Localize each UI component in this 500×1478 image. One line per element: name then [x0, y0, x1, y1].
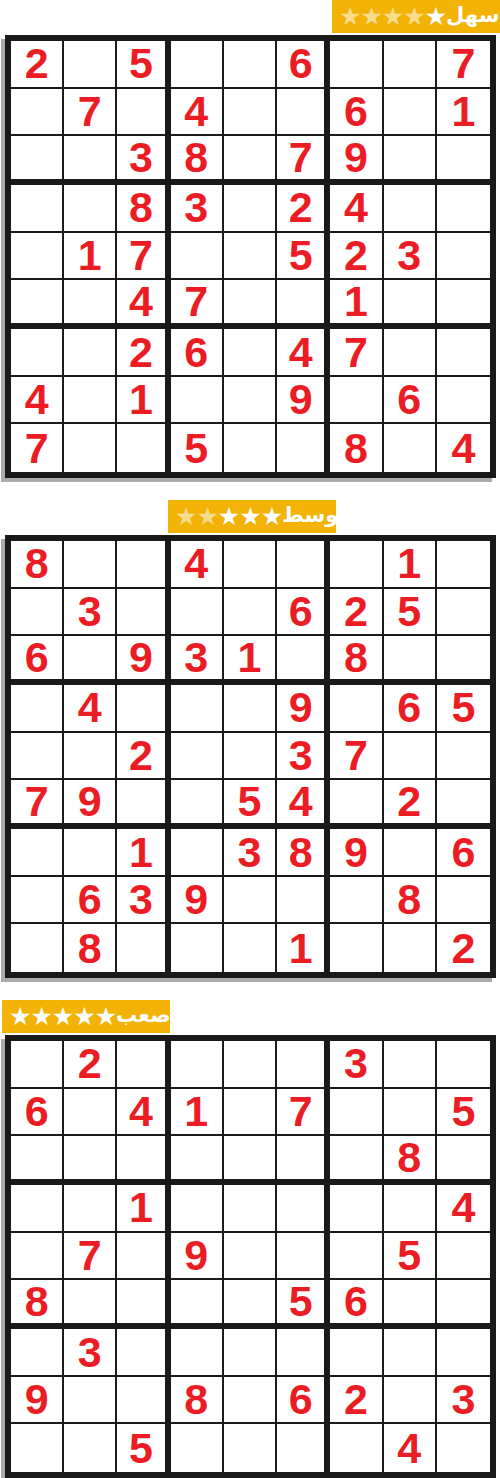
- given-digit: 8: [397, 1136, 421, 1179]
- sudoku-cell-r5c1[interactable]: [11, 1233, 64, 1281]
- given-digit: 6: [289, 1378, 313, 1421]
- sudoku-cell-r6c5[interactable]: [224, 280, 277, 329]
- sudoku-cell-r2c3[interactable]: [117, 589, 170, 637]
- sudoku-cell-r5c7[interactable]: 7: [330, 733, 383, 781]
- given-digit: 3: [184, 636, 208, 679]
- given-digit: 6: [397, 686, 421, 729]
- sudoku-cell-r1c1[interactable]: [11, 1041, 64, 1089]
- sudoku-cell-r9c6[interactable]: 1: [277, 924, 330, 972]
- sudoku-cell-r2c6[interactable]: 7: [277, 1089, 330, 1137]
- sudoku-cell-r8c5[interactable]: [224, 377, 277, 425]
- sudoku-cell-r9c7[interactable]: 8: [330, 424, 383, 472]
- puzzle-section-easy: ★★★★★ سهل 256774613879832417523471264741…: [0, 0, 500, 478]
- sudoku-cell-r2c4[interactable]: 4: [171, 89, 224, 137]
- sudoku-cell-r4c3[interactable]: [117, 685, 170, 733]
- sudoku-cell-r4c5[interactable]: [224, 1185, 277, 1233]
- given-digit: 9: [344, 831, 368, 874]
- sudoku-cell-r4c7[interactable]: [330, 685, 383, 733]
- sudoku-cell-r1c9[interactable]: [437, 1041, 490, 1089]
- sudoku-cell-r7c8[interactable]: [384, 829, 437, 877]
- sudoku-cell-r6c1[interactable]: [11, 280, 64, 329]
- sudoku-cell-r3c2[interactable]: [64, 136, 117, 185]
- sudoku-cell-r9c9[interactable]: 4: [437, 424, 490, 472]
- sudoku-cell-r3c2[interactable]: [64, 1136, 117, 1185]
- sudoku-cell-r1c5[interactable]: [224, 1041, 277, 1089]
- sudoku-cell-r6c7[interactable]: 1: [330, 280, 383, 329]
- sudoku-cell-r5c8[interactable]: 5: [384, 1233, 437, 1281]
- sudoku-cell-r2c9[interactable]: [437, 589, 490, 637]
- sudoku-cell-r2c9[interactable]: 5: [437, 1089, 490, 1137]
- sudoku-cell-r7c1[interactable]: [11, 329, 64, 377]
- sudoku-cell-r5c9[interactable]: [437, 1233, 490, 1281]
- sudoku-cell-r2c7[interactable]: [330, 1089, 383, 1137]
- sudoku-cell-r3c1[interactable]: 6: [11, 636, 64, 685]
- sudoku-cell-r3c3[interactable]: 3: [117, 136, 170, 185]
- sudoku-cell-r2c2[interactable]: 7: [64, 89, 117, 137]
- sudoku-cell-r6c3[interactable]: [117, 780, 170, 829]
- sudoku-cell-r3c6[interactable]: [277, 636, 330, 685]
- sudoku-cell-r8c9[interactable]: [437, 377, 490, 425]
- sudoku-cell-r5c8[interactable]: [384, 733, 437, 781]
- sudoku-cell-r8c8[interactable]: 6: [384, 377, 437, 425]
- sudoku-cell-r7c1[interactable]: [11, 829, 64, 877]
- sudoku-cell-r5c5[interactable]: [224, 1233, 277, 1281]
- given-digit: 2: [78, 1042, 102, 1085]
- sudoku-cell-r4c6[interactable]: [277, 1185, 330, 1233]
- sudoku-cell-r2c3[interactable]: [117, 89, 170, 137]
- sudoku-cell-r9c5[interactable]: [224, 924, 277, 972]
- sudoku-cell-r1c6[interactable]: 6: [277, 41, 330, 89]
- sudoku-cell-r2c5[interactable]: [224, 89, 277, 137]
- sudoku-cell-r7c5[interactable]: [224, 1329, 277, 1377]
- given-digit: 8: [344, 427, 368, 470]
- given-digit: 3: [451, 1378, 475, 1421]
- sudoku-cell-r3c6[interactable]: 7: [277, 136, 330, 185]
- given-digit: 9: [344, 136, 368, 179]
- sudoku-cell-r3c7[interactable]: [330, 1136, 383, 1185]
- sudoku-cell-r5c9[interactable]: [437, 233, 490, 281]
- sudoku-cell-r3c4[interactable]: 8: [171, 136, 224, 185]
- sudoku-cell-r7c5[interactable]: [224, 329, 277, 377]
- sudoku-cell-r7c2[interactable]: 3: [64, 1329, 117, 1377]
- sudoku-cell-r5c3[interactable]: 2: [117, 733, 170, 781]
- sudoku-cell-r2c1[interactable]: [11, 589, 64, 637]
- sudoku-cell-r8c9[interactable]: [437, 877, 490, 925]
- star-filled-icon: ★: [95, 1004, 117, 1029]
- sudoku-cell-r9c7[interactable]: [330, 924, 383, 972]
- sudoku-cell-r3c5[interactable]: [224, 1136, 277, 1185]
- sudoku-cell-r9c3[interactable]: 5: [117, 1424, 170, 1472]
- sudoku-cell-r7c2[interactable]: [64, 829, 117, 877]
- sudoku-cell-r4c1[interactable]: [11, 685, 64, 733]
- difficulty-banner-hard: ★★★★★ صعب: [2, 1000, 170, 1033]
- given-digit: 6: [397, 378, 421, 421]
- sudoku-cell-r1c8[interactable]: [384, 41, 437, 89]
- sudoku-cell-r7c9[interactable]: 6: [437, 829, 490, 877]
- sudoku-cell-r3c8[interactable]: [384, 136, 437, 185]
- sudoku-page: ★★★★★ سهل 256774613879832417523471264741…: [0, 0, 500, 1478]
- star-filled-icon: ★: [261, 504, 283, 529]
- given-digit: 1: [129, 378, 153, 421]
- given-digit: 1: [129, 831, 153, 874]
- sudoku-cell-r8c3[interactable]: 1: [117, 377, 170, 425]
- sudoku-cell-r5c3[interactable]: [117, 1233, 170, 1281]
- sudoku-cell-r6c9[interactable]: [437, 780, 490, 829]
- sudoku-cell-r3c9[interactable]: [437, 1136, 490, 1185]
- sudoku-cell-r1c2[interactable]: 2: [64, 1041, 117, 1089]
- given-digit: 7: [25, 427, 49, 470]
- sudoku-cell-r6c6[interactable]: 4: [277, 780, 330, 829]
- sudoku-cell-r7c4[interactable]: 6: [171, 329, 224, 377]
- sudoku-cell-r4c8[interactable]: 6: [384, 685, 437, 733]
- sudoku-cell-r9c1[interactable]: [11, 924, 64, 972]
- given-digit: 7: [78, 1234, 102, 1277]
- sudoku-cell-r5c4[interactable]: [171, 233, 224, 281]
- sudoku-cell-r3c5[interactable]: [224, 136, 277, 185]
- sudoku-cell-r6c2[interactable]: [64, 1280, 117, 1329]
- sudoku-cell-r4c6[interactable]: 2: [277, 185, 330, 233]
- given-digit: 7: [129, 234, 153, 277]
- sudoku-cell-r3c7[interactable]: 8: [330, 636, 383, 685]
- star-rating-easy: ★★★★★: [339, 4, 446, 29]
- given-digit: 8: [25, 1280, 49, 1323]
- sudoku-cell-r7c7[interactable]: [330, 1329, 383, 1377]
- sudoku-cell-r1c7[interactable]: [330, 41, 383, 89]
- sudoku-cell-r3c7[interactable]: 9: [330, 136, 383, 185]
- sudoku-cell-r9c1[interactable]: [11, 1424, 64, 1472]
- sudoku-cell-r2c4[interactable]: 1: [171, 1089, 224, 1137]
- sudoku-cell-r6c8[interactable]: [384, 1280, 437, 1329]
- sudoku-cell-r5c4[interactable]: [171, 733, 224, 781]
- sudoku-cell-r4c6[interactable]: 9: [277, 685, 330, 733]
- given-digit: 4: [78, 686, 102, 729]
- sudoku-cell-r1c3[interactable]: [117, 1041, 170, 1089]
- sudoku-cell-r7c6[interactable]: 4: [277, 329, 330, 377]
- sudoku-cell-r5c6[interactable]: [277, 1233, 330, 1281]
- sudoku-cell-r9c6[interactable]: [277, 424, 330, 472]
- given-digit: 9: [25, 1378, 49, 1421]
- sudoku-cell-r4c4[interactable]: 3: [171, 185, 224, 233]
- sudoku-cell-r1c5[interactable]: [224, 41, 277, 89]
- sudoku-cell-r2c3[interactable]: 4: [117, 1089, 170, 1137]
- sudoku-cell-r9c8[interactable]: [384, 424, 437, 472]
- given-digit: 6: [451, 831, 475, 874]
- sudoku-cell-r9c2[interactable]: [64, 424, 117, 472]
- sudoku-cell-r8c7[interactable]: 2: [330, 1377, 383, 1425]
- sudoku-cell-r2c7[interactable]: 2: [330, 589, 383, 637]
- sudoku-cell-r8c3[interactable]: [117, 1377, 170, 1425]
- sudoku-cell-r6c8[interactable]: [384, 280, 437, 329]
- sudoku-cell-r3c9[interactable]: [437, 136, 490, 185]
- sudoku-cell-r3c1[interactable]: [11, 136, 64, 185]
- sudoku-cell-r1c6[interactable]: [277, 1041, 330, 1089]
- sudoku-cell-r6c5[interactable]: 5: [224, 780, 277, 829]
- sudoku-cell-r6c4[interactable]: [171, 1280, 224, 1329]
- sudoku-cell-r7c1[interactable]: [11, 1329, 64, 1377]
- sudoku-cell-r5c8[interactable]: 3: [384, 233, 437, 281]
- sudoku-cell-r4c2[interactable]: [64, 1185, 117, 1233]
- sudoku-cell-r9c8[interactable]: 4: [384, 1424, 437, 1472]
- sudoku-cell-r5c1[interactable]: [11, 233, 64, 281]
- sudoku-cell-r1c4[interactable]: 4: [171, 541, 224, 589]
- sudoku-cell-r2c6[interactable]: [277, 89, 330, 137]
- difficulty-label-medium: وسط: [282, 505, 338, 529]
- sudoku-cell-r6c3[interactable]: [117, 1280, 170, 1329]
- sudoku-cell-r8c2[interactable]: [64, 377, 117, 425]
- sudoku-cell-r7c3[interactable]: [117, 1329, 170, 1377]
- given-digit: 9: [289, 686, 313, 729]
- sudoku-cell-r7c2[interactable]: [64, 329, 117, 377]
- sudoku-cell-r7c6[interactable]: [277, 1329, 330, 1377]
- sudoku-cell-r4c1[interactable]: [11, 185, 64, 233]
- sudoku-cell-r2c9[interactable]: 1: [437, 89, 490, 137]
- given-digit: 2: [451, 927, 475, 970]
- sudoku-cell-r8c8[interactable]: [384, 1377, 437, 1425]
- sudoku-cell-r9c4[interactable]: [171, 1424, 224, 1472]
- given-digit: 4: [25, 378, 49, 421]
- given-digit: 8: [184, 136, 208, 179]
- sudoku-cell-r7c9[interactable]: [437, 329, 490, 377]
- sudoku-cell-r8c6[interactable]: 6: [277, 1377, 330, 1425]
- sudoku-cell-r4c3[interactable]: 1: [117, 1185, 170, 1233]
- sudoku-cell-r1c1[interactable]: 8: [11, 541, 64, 589]
- sudoku-cell-r5c2[interactable]: 1: [64, 233, 117, 281]
- sudoku-cell-r9c4[interactable]: [171, 924, 224, 972]
- sudoku-cell-r1c2[interactable]: [64, 541, 117, 589]
- given-digit: 6: [344, 1280, 368, 1323]
- sudoku-cell-r3c9[interactable]: [437, 636, 490, 685]
- given-digit: 3: [78, 590, 102, 633]
- sudoku-cell-r2c8[interactable]: [384, 1089, 437, 1137]
- sudoku-cell-r6c7[interactable]: 6: [330, 1280, 383, 1329]
- sudoku-cell-r4c1[interactable]: [11, 1185, 64, 1233]
- sudoku-cell-r1c1[interactable]: 2: [11, 41, 64, 89]
- sudoku-cell-r9c5[interactable]: [224, 424, 277, 472]
- sudoku-grid-easy: 256774613879832417523471264741967584: [5, 35, 496, 478]
- sudoku-cell-r7c9[interactable]: [437, 1329, 490, 1377]
- sudoku-cell-r7c5[interactable]: 3: [224, 829, 277, 877]
- sudoku-cell-r8c4[interactable]: 9: [171, 877, 224, 925]
- sudoku-cell-r8c6[interactable]: [277, 877, 330, 925]
- sudoku-cell-r7c7[interactable]: 7: [330, 329, 383, 377]
- sudoku-cell-r1c7[interactable]: 3: [330, 1041, 383, 1089]
- given-digit: 3: [344, 1042, 368, 1085]
- sudoku-cell-r8c2[interactable]: [64, 1377, 117, 1425]
- given-digit: 2: [397, 780, 421, 823]
- sudoku-cell-r8c5[interactable]: [224, 1377, 277, 1425]
- sudoku-cell-r5c3[interactable]: 7: [117, 233, 170, 281]
- sudoku-cell-r6c5[interactable]: [224, 1280, 277, 1329]
- given-digit: 1: [451, 90, 475, 133]
- sudoku-cell-r5c5[interactable]: [224, 233, 277, 281]
- sudoku-cell-r5c7[interactable]: 2: [330, 233, 383, 281]
- sudoku-cell-r7c4[interactable]: [171, 1329, 224, 1377]
- sudoku-cell-r2c1[interactable]: 6: [11, 1089, 64, 1137]
- difficulty-banner-medium: ★★★★★ وسط: [168, 500, 336, 533]
- sudoku-cell-r9c2[interactable]: 8: [64, 924, 117, 972]
- sudoku-cell-r9c4[interactable]: 5: [171, 424, 224, 472]
- sudoku-cell-r9c2[interactable]: [64, 1424, 117, 1472]
- sudoku-cell-r6c9[interactable]: [437, 280, 490, 329]
- sudoku-cell-r7c7[interactable]: 9: [330, 829, 383, 877]
- sudoku-cell-r9c5[interactable]: [224, 1424, 277, 1472]
- sudoku-cell-r5c1[interactable]: [11, 733, 64, 781]
- sudoku-cell-r7c4[interactable]: [171, 829, 224, 877]
- sudoku-cell-r1c4[interactable]: [171, 41, 224, 89]
- sudoku-cell-r9c3[interactable]: [117, 424, 170, 472]
- sudoku-cell-r2c2[interactable]: 3: [64, 589, 117, 637]
- sudoku-cell-r1c9[interactable]: [437, 541, 490, 589]
- sudoku-cell-r2c6[interactable]: 6: [277, 589, 330, 637]
- sudoku-cell-r2c5[interactable]: [224, 589, 277, 637]
- sudoku-cell-r7c8[interactable]: [384, 1329, 437, 1377]
- sudoku-cell-r1c2[interactable]: [64, 41, 117, 89]
- sudoku-cell-r8c1[interactable]: 4: [11, 377, 64, 425]
- sudoku-cell-r3c4[interactable]: 3: [171, 636, 224, 685]
- sudoku-cell-r6c3[interactable]: 4: [117, 280, 170, 329]
- sudoku-cell-r9c3[interactable]: [117, 924, 170, 972]
- sudoku-cell-r4c9[interactable]: 5: [437, 685, 490, 733]
- sudoku-cell-r3c6[interactable]: [277, 1136, 330, 1185]
- sudoku-cell-r4c4[interactable]: [171, 685, 224, 733]
- sudoku-cell-r2c7[interactable]: 6: [330, 89, 383, 137]
- sudoku-cell-r6c1[interactable]: 7: [11, 780, 64, 829]
- given-digit: 5: [238, 780, 262, 823]
- given-digit: 5: [289, 1280, 313, 1323]
- sudoku-cell-r7c8[interactable]: [384, 329, 437, 377]
- given-digit: 9: [289, 378, 313, 421]
- star-filled-icon: ★: [73, 1004, 95, 1029]
- sudoku-cell-r6c8[interactable]: 2: [384, 780, 437, 829]
- given-digit: 6: [25, 1090, 49, 1133]
- sudoku-cell-r3c8[interactable]: [384, 636, 437, 685]
- sudoku-cell-r1c8[interactable]: 1: [384, 541, 437, 589]
- sudoku-cell-r1c8[interactable]: [384, 1041, 437, 1089]
- sudoku-cell-r4c8[interactable]: [384, 185, 437, 233]
- given-digit: 6: [344, 90, 368, 133]
- sudoku-cell-r2c5[interactable]: [224, 1089, 277, 1137]
- sudoku-cell-r8c7[interactable]: [330, 877, 383, 925]
- given-digit: 5: [451, 1090, 475, 1133]
- sudoku-cell-r5c4[interactable]: 9: [171, 1233, 224, 1281]
- given-digit: 6: [78, 878, 102, 921]
- given-digit: 7: [451, 42, 475, 85]
- sudoku-cell-r9c7[interactable]: [330, 1424, 383, 1472]
- sudoku-cell-r2c1[interactable]: [11, 89, 64, 137]
- sudoku-cell-r1c5[interactable]: [224, 541, 277, 589]
- sudoku-cell-r1c6[interactable]: [277, 541, 330, 589]
- sudoku-cell-r4c5[interactable]: [224, 185, 277, 233]
- sudoku-cell-r3c8[interactable]: 8: [384, 1136, 437, 1185]
- sudoku-cell-r7c6[interactable]: 8: [277, 829, 330, 877]
- given-digit: 1: [344, 280, 368, 323]
- star-empty-icon: ★: [196, 504, 218, 529]
- sudoku-cell-r1c9[interactable]: 7: [437, 41, 490, 89]
- sudoku-cell-r3c1[interactable]: [11, 1136, 64, 1185]
- sudoku-cell-r8c3[interactable]: 3: [117, 877, 170, 925]
- sudoku-cell-r3c4[interactable]: [171, 1136, 224, 1185]
- sudoku-cell-r9c9[interactable]: [437, 1424, 490, 1472]
- sudoku-cell-r2c4[interactable]: [171, 589, 224, 637]
- sudoku-cell-r9c1[interactable]: 7: [11, 424, 64, 472]
- sudoku-cell-r6c9[interactable]: [437, 1280, 490, 1329]
- sudoku-cell-r6c4[interactable]: [171, 780, 224, 829]
- sudoku-cell-r7c3[interactable]: 2: [117, 329, 170, 377]
- sudoku-cell-r8c9[interactable]: 3: [437, 1377, 490, 1425]
- sudoku-cell-r9c9[interactable]: 2: [437, 924, 490, 972]
- sudoku-cell-r6c1[interactable]: 8: [11, 1280, 64, 1329]
- sudoku-cell-r4c7[interactable]: [330, 1185, 383, 1233]
- sudoku-cell-r6c2[interactable]: 9: [64, 780, 117, 829]
- sudoku-cell-r8c1[interactable]: 9: [11, 1377, 64, 1425]
- sudoku-cell-r4c2[interactable]: [64, 185, 117, 233]
- sudoku-cell-r5c2[interactable]: 7: [64, 1233, 117, 1281]
- sudoku-cell-r4c4[interactable]: [171, 1185, 224, 1233]
- sudoku-cell-r6c6[interactable]: [277, 280, 330, 329]
- sudoku-cell-r3c3[interactable]: 9: [117, 636, 170, 685]
- sudoku-cell-r3c5[interactable]: 1: [224, 636, 277, 685]
- sudoku-cell-r8c6[interactable]: 9: [277, 377, 330, 425]
- sudoku-cell-r9c6[interactable]: [277, 1424, 330, 1472]
- sudoku-cell-r4c3[interactable]: 8: [117, 185, 170, 233]
- sudoku-cell-r6c7[interactable]: [330, 780, 383, 829]
- sudoku-cell-r2c2[interactable]: [64, 1089, 117, 1137]
- sudoku-cell-r3c3[interactable]: [117, 1136, 170, 1185]
- sudoku-cell-r1c4[interactable]: [171, 1041, 224, 1089]
- star-filled-icon: ★: [52, 1004, 74, 1029]
- sudoku-cell-r5c7[interactable]: [330, 1233, 383, 1281]
- sudoku-cell-r4c8[interactable]: [384, 1185, 437, 1233]
- sudoku-cell-r9c8[interactable]: [384, 924, 437, 972]
- sudoku-cell-r4c2[interactable]: 4: [64, 685, 117, 733]
- sudoku-cell-r4c9[interactable]: [437, 185, 490, 233]
- sudoku-cell-r1c3[interactable]: [117, 541, 170, 589]
- given-digit: 1: [78, 234, 102, 277]
- sudoku-cell-r2c8[interactable]: [384, 89, 437, 137]
- sudoku-cell-r6c4[interactable]: 7: [171, 280, 224, 329]
- sudoku-cell-r4c9[interactable]: 4: [437, 1185, 490, 1233]
- sudoku-cell-r1c3[interactable]: 5: [117, 41, 170, 89]
- sudoku-cell-r5c5[interactable]: [224, 733, 277, 781]
- sudoku-cell-r4c7[interactable]: 4: [330, 185, 383, 233]
- sudoku-cell-r6c6[interactable]: 5: [277, 1280, 330, 1329]
- sudoku-cell-r8c8[interactable]: 8: [384, 877, 437, 925]
- sudoku-cell-r8c2[interactable]: 6: [64, 877, 117, 925]
- sudoku-cell-r8c7[interactable]: [330, 377, 383, 425]
- sudoku-cell-r5c9[interactable]: [437, 733, 490, 781]
- given-digit: 8: [25, 542, 49, 585]
- sudoku-cell-r5c2[interactable]: [64, 733, 117, 781]
- sudoku-cell-r5c6[interactable]: 5: [277, 233, 330, 281]
- sudoku-cell-r8c4[interactable]: [171, 377, 224, 425]
- sudoku-grid-medium: 841362569318496523779542138966398812: [5, 535, 496, 978]
- sudoku-cell-r2c8[interactable]: 5: [384, 589, 437, 637]
- sudoku-cell-r8c4[interactable]: 8: [171, 1377, 224, 1425]
- difficulty-label-hard: صعب: [116, 1005, 170, 1029]
- sudoku-cell-r6c2[interactable]: [64, 280, 117, 329]
- given-digit: 8: [397, 878, 421, 921]
- sudoku-cell-r8c5[interactable]: [224, 877, 277, 925]
- given-digit: 4: [289, 331, 313, 374]
- sudoku-cell-r7c3[interactable]: 1: [117, 829, 170, 877]
- given-digit: 8: [78, 927, 102, 970]
- sudoku-cell-r1c7[interactable]: [330, 541, 383, 589]
- sudoku-cell-r5c6[interactable]: 3: [277, 733, 330, 781]
- given-digit: 4: [451, 427, 475, 470]
- sudoku-cell-r3c2[interactable]: [64, 636, 117, 685]
- sudoku-cell-r8c1[interactable]: [11, 877, 64, 925]
- sudoku-cell-r4c5[interactable]: [224, 685, 277, 733]
